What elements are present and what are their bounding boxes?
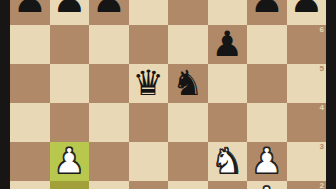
square-d4[interactable] (129, 103, 169, 142)
rank-label-3: 3 (320, 143, 324, 151)
square-b3[interactable]: ♟ (50, 142, 90, 181)
black-pawn-b7[interactable]: ♟ (52, 0, 86, 18)
letterbox-left (0, 0, 10, 189)
white-pawn-b3[interactable]: ♟ (54, 144, 85, 179)
square-h4[interactable]: 4 (287, 103, 327, 142)
square-e7[interactable] (168, 0, 208, 25)
black-queen-d5[interactable]: ♛ (133, 66, 164, 101)
square-f7[interactable] (208, 0, 248, 25)
black-pawn-h7[interactable]: ♟ (289, 0, 323, 18)
square-c4[interactable] (89, 103, 129, 142)
black-pawn-f6[interactable]: ♟ (212, 27, 243, 62)
square-e3[interactable] (168, 142, 208, 181)
square-b2[interactable] (50, 181, 90, 189)
square-a6[interactable] (10, 25, 50, 64)
board-viewport: ♟♟♟♟♟♟6♛♞54♟♞♟3♝2 (0, 0, 336, 189)
white-bishop-g2[interactable]: ♝ (251, 183, 282, 189)
square-e4[interactable] (168, 103, 208, 142)
square-c7[interactable]: ♟ (89, 0, 129, 25)
square-b7[interactable]: ♟ (50, 0, 90, 25)
square-h2[interactable]: 2 (287, 181, 327, 189)
square-h7[interactable]: ♟ (287, 0, 327, 25)
square-a4[interactable] (10, 103, 50, 142)
square-d7[interactable] (129, 0, 169, 25)
square-f3[interactable]: ♞ (208, 142, 248, 181)
square-d3[interactable] (129, 142, 169, 181)
white-knight-f3[interactable]: ♞ (212, 144, 243, 179)
square-a5[interactable] (10, 64, 50, 103)
rank-label-6: 6 (320, 26, 324, 34)
chess-board[interactable]: ♟♟♟♟♟♟6♛♞54♟♞♟3♝2 (10, 0, 326, 189)
black-pawn-a7[interactable]: ♟ (13, 0, 47, 18)
white-pawn-g3[interactable]: ♟ (251, 144, 282, 179)
black-pawn-g7[interactable]: ♟ (250, 0, 284, 18)
rank-label-5: 5 (320, 65, 324, 73)
square-g2[interactable]: ♝ (247, 181, 287, 189)
rank-label-2: 2 (320, 182, 324, 189)
square-a7[interactable]: ♟ (10, 0, 50, 25)
square-c6[interactable] (89, 25, 129, 64)
square-c2[interactable] (89, 181, 129, 189)
square-d5[interactable]: ♛ (129, 64, 169, 103)
black-knight-e5[interactable]: ♞ (172, 66, 203, 101)
square-e5[interactable]: ♞ (168, 64, 208, 103)
square-a3[interactable] (10, 142, 50, 181)
square-c5[interactable] (89, 64, 129, 103)
square-g5[interactable] (247, 64, 287, 103)
square-f6[interactable]: ♟ (208, 25, 248, 64)
rank-label-4: 4 (320, 104, 324, 112)
square-h3[interactable]: 3 (287, 142, 327, 181)
letterbox-right (326, 0, 336, 189)
black-pawn-c7[interactable]: ♟ (92, 0, 126, 18)
square-g4[interactable] (247, 103, 287, 142)
square-b4[interactable] (50, 103, 90, 142)
square-e2[interactable] (168, 181, 208, 189)
square-f5[interactable] (208, 64, 248, 103)
square-b5[interactable] (50, 64, 90, 103)
square-g7[interactable]: ♟ (247, 0, 287, 25)
square-g3[interactable]: ♟ (247, 142, 287, 181)
square-d6[interactable] (129, 25, 169, 64)
square-g6[interactable] (247, 25, 287, 64)
square-b6[interactable] (50, 25, 90, 64)
square-f4[interactable] (208, 103, 248, 142)
square-e6[interactable] (168, 25, 208, 64)
square-a2[interactable] (10, 181, 50, 189)
square-h6[interactable]: 6 (287, 25, 327, 64)
square-f2[interactable] (208, 181, 248, 189)
square-c3[interactable] (89, 142, 129, 181)
square-d2[interactable] (129, 181, 169, 189)
square-h5[interactable]: 5 (287, 64, 327, 103)
